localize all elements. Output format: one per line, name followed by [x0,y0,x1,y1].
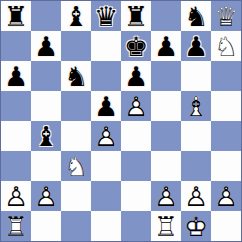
square-h1[interactable] [211,211,241,241]
chess-board: ♜♝♛♜♞♛♕♟♚♟♟♞♘♟♞♟♟♟♙♝♗♝♟♙♞♘♟♙♟♙♟♙♟♙♟♙♜♖♜♖… [0,0,242,242]
piece-glyph-outline: ♔ [181,211,211,241]
piece-glyph-outline: ♖ [151,211,181,241]
square-f1[interactable]: ♜♖ [151,211,181,241]
square-c5[interactable] [61,91,91,121]
square-c8[interactable]: ♝ [61,1,91,31]
piece-glyph-outline: ♙ [181,181,211,211]
piece-black-knight[interactable]: ♞ [61,61,91,91]
piece-white-queen[interactable]: ♛♕ [211,1,241,31]
square-d6[interactable] [91,61,121,91]
piece-black-bishop[interactable]: ♝ [61,1,91,31]
piece-black-rook[interactable]: ♜ [121,1,151,31]
piece-glyph-outline: ♙ [121,91,151,121]
piece-white-knight[interactable]: ♞♘ [61,151,91,181]
square-g7[interactable]: ♟ [181,31,211,61]
square-d8[interactable]: ♛ [91,1,121,31]
square-d1[interactable] [91,211,121,241]
piece-black-pawn[interactable]: ♟ [151,31,181,61]
square-c7[interactable] [61,31,91,61]
square-b6[interactable] [31,61,61,91]
square-b1[interactable] [31,211,61,241]
piece-white-pawn[interactable]: ♟♙ [121,91,151,121]
piece-black-pawn[interactable]: ♟ [121,61,151,91]
square-e2[interactable] [121,181,151,211]
piece-glyph-outline: ♙ [31,181,61,211]
square-e6[interactable]: ♟ [121,61,151,91]
square-e7[interactable]: ♚ [121,31,151,61]
square-a1[interactable]: ♜♖ [1,211,31,241]
piece-glyph-outline: ♙ [211,181,241,211]
square-c6[interactable]: ♞ [61,61,91,91]
square-b8[interactable] [31,1,61,31]
piece-white-pawn[interactable]: ♟♙ [211,181,241,211]
piece-white-pawn[interactable]: ♟♙ [181,181,211,211]
square-b2[interactable]: ♟♙ [31,181,61,211]
piece-black-king[interactable]: ♚ [121,31,151,61]
square-f5[interactable] [151,91,181,121]
square-h7[interactable]: ♞♘ [211,31,241,61]
piece-glyph-outline: ♙ [151,181,181,211]
square-a5[interactable] [1,91,31,121]
square-g1[interactable]: ♚♔ [181,211,211,241]
piece-black-rook[interactable]: ♜ [1,1,31,31]
square-c4[interactable] [61,121,91,151]
piece-black-pawn[interactable]: ♟ [181,31,211,61]
square-h6[interactable] [211,61,241,91]
square-d7[interactable] [91,31,121,61]
square-b3[interactable] [31,151,61,181]
square-f8[interactable] [151,1,181,31]
square-c2[interactable] [61,181,91,211]
piece-black-queen[interactable]: ♛ [91,1,121,31]
piece-black-knight[interactable]: ♞ [181,1,211,31]
square-f2[interactable]: ♟♙ [151,181,181,211]
square-a3[interactable] [1,151,31,181]
square-h2[interactable]: ♟♙ [211,181,241,211]
square-h3[interactable] [211,151,241,181]
square-a6[interactable]: ♟ [1,61,31,91]
piece-glyph-outline: ♙ [1,181,31,211]
square-d2[interactable] [91,181,121,211]
square-b7[interactable]: ♟ [31,31,61,61]
piece-black-pawn[interactable]: ♟ [91,91,121,121]
square-c1[interactable] [61,211,91,241]
square-h8[interactable]: ♛♕ [211,1,241,31]
piece-glyph-outline: ♙ [91,121,121,151]
square-f6[interactable] [151,61,181,91]
piece-glyph-outline: ♖ [1,211,31,241]
square-a4[interactable] [1,121,31,151]
square-d4[interactable]: ♟♙ [91,121,121,151]
square-c3[interactable]: ♞♘ [61,151,91,181]
square-d3[interactable] [91,151,121,181]
square-b5[interactable] [31,91,61,121]
square-e5[interactable]: ♟♙ [121,91,151,121]
square-g6[interactable] [181,61,211,91]
square-a2[interactable]: ♟♙ [1,181,31,211]
square-f3[interactable] [151,151,181,181]
square-e3[interactable] [121,151,151,181]
square-h4[interactable] [211,121,241,151]
piece-white-rook[interactable]: ♜♖ [1,211,31,241]
square-g5[interactable]: ♝♗ [181,91,211,121]
piece-glyph-outline: ♕ [211,1,241,31]
piece-white-pawn[interactable]: ♟♙ [151,181,181,211]
piece-glyph-outline: ♘ [211,31,241,61]
piece-white-rook[interactable]: ♜♖ [151,211,181,241]
square-b4[interactable]: ♝ [31,121,61,151]
square-a8[interactable]: ♜ [1,1,31,31]
piece-glyph-outline: ♗ [181,91,211,121]
square-g8[interactable]: ♞ [181,1,211,31]
piece-white-knight[interactable]: ♞♘ [211,31,241,61]
piece-black-pawn[interactable]: ♟ [31,31,61,61]
piece-glyph-outline: ♘ [61,151,91,181]
piece-white-pawn[interactable]: ♟♙ [1,181,31,211]
piece-white-king[interactable]: ♚♔ [181,211,211,241]
square-e4[interactable] [121,121,151,151]
square-h5[interactable] [211,91,241,121]
square-g4[interactable] [181,121,211,151]
square-e8[interactable]: ♜ [121,1,151,31]
piece-black-bishop[interactable]: ♝ [31,121,61,151]
piece-white-pawn[interactable]: ♟♙ [31,181,61,211]
square-d5[interactable]: ♟ [91,91,121,121]
square-e1[interactable] [121,211,151,241]
square-g2[interactable]: ♟♙ [181,181,211,211]
square-f4[interactable] [151,121,181,151]
piece-white-bishop[interactable]: ♝♗ [181,91,211,121]
square-g3[interactable] [181,151,211,181]
square-f7[interactable]: ♟ [151,31,181,61]
piece-black-pawn[interactable]: ♟ [1,61,31,91]
piece-white-pawn[interactable]: ♟♙ [91,121,121,151]
square-a7[interactable] [1,31,31,61]
